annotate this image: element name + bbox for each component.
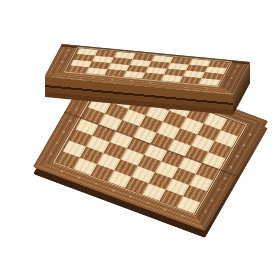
coordinate-rank-7-right: 7 <box>233 71 236 72</box>
coordinate-rank-5-left: 5 <box>58 67 61 68</box>
coordinate-file-h: h <box>205 87 208 88</box>
chessboard-product-photo: abcdefgh8877665544332211 abcdefgh8877665… <box>0 0 280 280</box>
coordinate-file-e: e <box>149 82 152 83</box>
coordinate-file-g: g <box>186 86 189 87</box>
coordinate-rank-8-right: 8 <box>236 66 239 67</box>
coordinate-rank-7-left: 7 <box>64 55 67 56</box>
coordinate-file-d: d <box>130 80 133 81</box>
coordinate-file-a: a <box>73 75 76 76</box>
coordinate-rank-8-left: 8 <box>67 49 70 50</box>
coordinate-rank-5-right: 5 <box>227 83 230 84</box>
coordinate-rank-6-right: 6 <box>230 77 233 78</box>
coordinate-file-b: b <box>92 77 95 78</box>
folded-chessboard: abcdefgh88776655 <box>0 0 280 280</box>
coordinate-rank-6-left: 6 <box>61 61 64 62</box>
